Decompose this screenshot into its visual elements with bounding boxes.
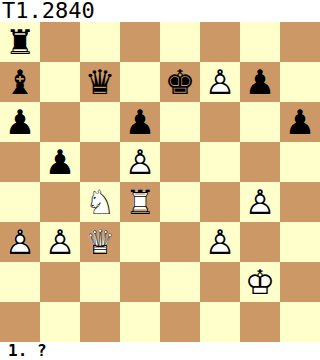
piece-white-queen-c3[interactable]: ♛♕ xyxy=(80,222,120,262)
square-g3[interactable] xyxy=(240,222,280,262)
square-e7[interactable]: ♚ xyxy=(160,62,200,102)
square-f6[interactable] xyxy=(200,102,240,142)
piece-white-king-g2[interactable]: ♚♔ xyxy=(240,262,280,302)
square-d6[interactable]: ♟ xyxy=(120,102,160,142)
square-g4[interactable]: ♟♙ xyxy=(240,182,280,222)
square-d8[interactable] xyxy=(120,22,160,62)
square-f1[interactable] xyxy=(200,302,240,342)
square-c5[interactable] xyxy=(80,142,120,182)
square-a6[interactable]: ♟ xyxy=(0,102,40,142)
square-f5[interactable] xyxy=(200,142,240,182)
square-g5[interactable] xyxy=(240,142,280,182)
piece-black-pawn-g7[interactable]: ♟ xyxy=(240,62,280,102)
square-d7[interactable] xyxy=(120,62,160,102)
square-d1[interactable] xyxy=(120,302,160,342)
chess-board: ♜♝♛♚♟♙♟♟♟♟♟♟♙♞♘♜♖♟♙♟♙♟♙♛♕♟♙♚♔ xyxy=(0,22,320,342)
black-piece-glyph: ♛ xyxy=(80,62,120,102)
black-piece-glyph: ♟ xyxy=(40,142,80,182)
piece-white-pawn-g4[interactable]: ♟♙ xyxy=(240,182,280,222)
square-d3[interactable] xyxy=(120,222,160,262)
square-f3[interactable]: ♟♙ xyxy=(200,222,240,262)
square-e4[interactable] xyxy=(160,182,200,222)
square-c6[interactable] xyxy=(80,102,120,142)
black-piece-glyph: ♚ xyxy=(160,62,200,102)
square-b3[interactable]: ♟♙ xyxy=(40,222,80,262)
square-h1[interactable] xyxy=(280,302,320,342)
square-h4[interactable] xyxy=(280,182,320,222)
square-f7[interactable]: ♟♙ xyxy=(200,62,240,102)
white-piece-outline: ♘ xyxy=(80,182,120,222)
square-h6[interactable]: ♟ xyxy=(280,102,320,142)
piece-black-pawn-h6[interactable]: ♟ xyxy=(280,102,320,142)
piece-black-pawn-d6[interactable]: ♟ xyxy=(120,102,160,142)
black-piece-glyph: ♝ xyxy=(0,62,40,102)
piece-white-pawn-a3[interactable]: ♟♙ xyxy=(0,222,40,262)
white-piece-outline: ♙ xyxy=(200,222,240,262)
white-piece-outline: ♙ xyxy=(120,142,160,182)
square-c8[interactable] xyxy=(80,22,120,62)
square-a1[interactable] xyxy=(0,302,40,342)
piece-white-pawn-f7[interactable]: ♟♙ xyxy=(200,62,240,102)
piece-white-rook-d4[interactable]: ♜♖ xyxy=(120,182,160,222)
square-h8[interactable] xyxy=(280,22,320,62)
piece-white-pawn-d5[interactable]: ♟♙ xyxy=(120,142,160,182)
square-b7[interactable] xyxy=(40,62,80,102)
square-c1[interactable] xyxy=(80,302,120,342)
square-f4[interactable] xyxy=(200,182,240,222)
square-e8[interactable] xyxy=(160,22,200,62)
piece-white-pawn-f3[interactable]: ♟♙ xyxy=(200,222,240,262)
square-b5[interactable]: ♟ xyxy=(40,142,80,182)
square-f2[interactable] xyxy=(200,262,240,302)
white-piece-outline: ♕ xyxy=(80,222,120,262)
square-b8[interactable] xyxy=(40,22,80,62)
square-c4[interactable]: ♞♘ xyxy=(80,182,120,222)
square-e2[interactable] xyxy=(160,262,200,302)
square-c3[interactable]: ♛♕ xyxy=(80,222,120,262)
square-a8[interactable]: ♜ xyxy=(0,22,40,62)
square-g6[interactable] xyxy=(240,102,280,142)
square-h3[interactable] xyxy=(280,222,320,262)
square-e3[interactable] xyxy=(160,222,200,262)
move-prompt: 1. ? xyxy=(8,342,47,360)
square-d2[interactable] xyxy=(120,262,160,302)
square-e6[interactable] xyxy=(160,102,200,142)
square-a5[interactable] xyxy=(0,142,40,182)
square-b2[interactable] xyxy=(40,262,80,302)
square-e5[interactable] xyxy=(160,142,200,182)
square-c7[interactable]: ♛ xyxy=(80,62,120,102)
square-d4[interactable]: ♜♖ xyxy=(120,182,160,222)
square-b1[interactable] xyxy=(40,302,80,342)
black-piece-glyph: ♟ xyxy=(280,102,320,142)
black-piece-glyph: ♟ xyxy=(0,102,40,142)
piece-black-pawn-a6[interactable]: ♟ xyxy=(0,102,40,142)
square-c2[interactable] xyxy=(80,262,120,302)
square-g8[interactable] xyxy=(240,22,280,62)
piece-black-king-e7[interactable]: ♚ xyxy=(160,62,200,102)
white-piece-outline: ♔ xyxy=(240,262,280,302)
square-b4[interactable] xyxy=(40,182,80,222)
piece-black-rook-a8[interactable]: ♜ xyxy=(0,22,40,62)
piece-black-queen-c7[interactable]: ♛ xyxy=(80,62,120,102)
square-g7[interactable]: ♟ xyxy=(240,62,280,102)
square-h7[interactable] xyxy=(280,62,320,102)
white-piece-outline: ♙ xyxy=(240,182,280,222)
black-piece-glyph: ♜ xyxy=(0,22,40,62)
square-g1[interactable] xyxy=(240,302,280,342)
square-a4[interactable] xyxy=(0,182,40,222)
square-e1[interactable] xyxy=(160,302,200,342)
white-piece-outline: ♙ xyxy=(40,222,80,262)
square-a2[interactable] xyxy=(0,262,40,302)
piece-white-pawn-b3[interactable]: ♟♙ xyxy=(40,222,80,262)
white-piece-outline: ♙ xyxy=(0,222,40,262)
piece-white-knight-c4[interactable]: ♞♘ xyxy=(80,182,120,222)
white-piece-outline: ♖ xyxy=(120,182,160,222)
white-piece-outline: ♙ xyxy=(200,62,240,102)
square-a7[interactable]: ♝ xyxy=(0,62,40,102)
square-h2[interactable] xyxy=(280,262,320,302)
piece-black-bishop-a7[interactable]: ♝ xyxy=(0,62,40,102)
black-piece-glyph: ♟ xyxy=(120,102,160,142)
piece-black-pawn-b5[interactable]: ♟ xyxy=(40,142,80,182)
black-piece-glyph: ♟ xyxy=(240,62,280,102)
square-g2[interactable]: ♚♔ xyxy=(240,262,280,302)
square-f8[interactable] xyxy=(200,22,240,62)
square-h5[interactable] xyxy=(280,142,320,182)
square-b6[interactable] xyxy=(40,102,80,142)
square-d5[interactable]: ♟♙ xyxy=(120,142,160,182)
square-a3[interactable]: ♟♙ xyxy=(0,222,40,262)
puzzle-id: T1.2840 xyxy=(2,0,95,22)
